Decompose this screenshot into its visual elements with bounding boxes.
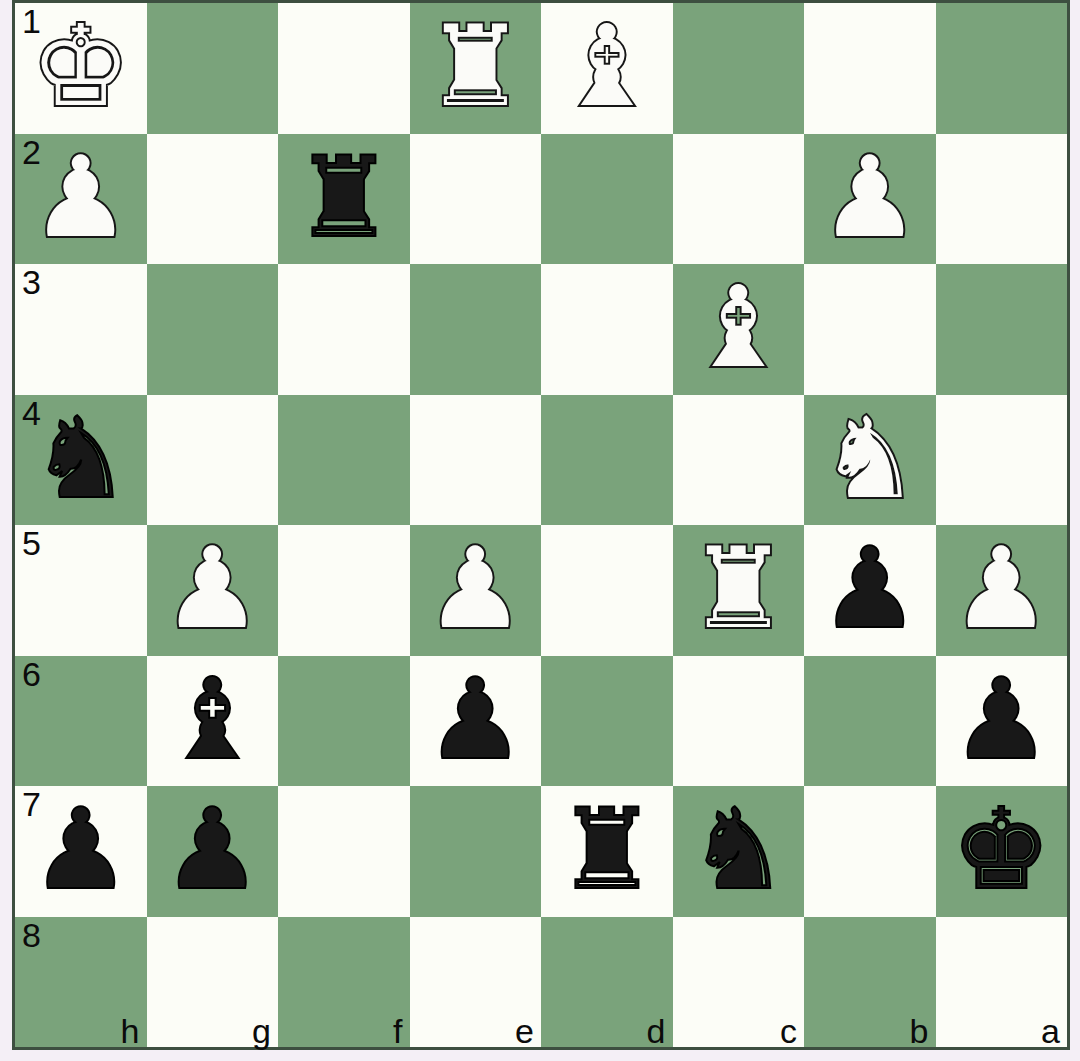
- square-g8[interactable]: g: [147, 917, 279, 1048]
- square-h4[interactable]: 4♞: [15, 395, 147, 526]
- piece-black-pawn[interactable]: ♟: [951, 663, 1051, 775]
- square-d2[interactable]: [541, 134, 673, 265]
- square-f6[interactable]: [278, 656, 410, 787]
- piece-black-rook[interactable]: ♜: [557, 793, 657, 905]
- square-a1[interactable]: [936, 3, 1068, 134]
- square-h5[interactable]: 5: [15, 525, 147, 656]
- square-d4[interactable]: [541, 395, 673, 526]
- piece-black-king[interactable]: ♚: [951, 793, 1051, 905]
- file-label-h: h: [121, 1013, 140, 1050]
- rank-label-6: 6: [22, 656, 41, 693]
- piece-white-bishop[interactable]: ♝: [688, 271, 788, 383]
- rank-label-5: 5: [22, 525, 41, 562]
- piece-white-king[interactable]: ♚: [31, 10, 131, 122]
- square-a6[interactable]: ♟: [936, 656, 1068, 787]
- piece-black-knight[interactable]: ♞: [688, 793, 788, 905]
- page-background: { "game": "chess", "view": { "orientatio…: [0, 0, 1080, 1061]
- square-b2[interactable]: ♟: [804, 134, 936, 265]
- square-b8[interactable]: b: [804, 917, 936, 1048]
- square-a3[interactable]: [936, 264, 1068, 395]
- square-h7[interactable]: 7♟: [15, 786, 147, 917]
- piece-black-pawn[interactable]: ♟: [425, 663, 525, 775]
- square-c5[interactable]: ♜: [673, 525, 805, 656]
- square-f2[interactable]: ♜: [278, 134, 410, 265]
- square-a7[interactable]: ♚: [936, 786, 1068, 917]
- rank-label-7: 7: [22, 786, 41, 823]
- square-c4[interactable]: [673, 395, 805, 526]
- square-e4[interactable]: [410, 395, 542, 526]
- piece-white-pawn[interactable]: ♟: [820, 141, 920, 253]
- square-d5[interactable]: [541, 525, 673, 656]
- square-g2[interactable]: [147, 134, 279, 265]
- square-e8[interactable]: e: [410, 917, 542, 1048]
- square-f4[interactable]: [278, 395, 410, 526]
- square-c1[interactable]: [673, 3, 805, 134]
- square-b6[interactable]: [804, 656, 936, 787]
- file-label-c: c: [780, 1013, 797, 1050]
- square-d7[interactable]: ♜: [541, 786, 673, 917]
- square-a8[interactable]: a: [936, 917, 1068, 1048]
- piece-black-pawn[interactable]: ♟: [31, 793, 131, 905]
- chess-board: 1♚♜♝2♟♜♟3♝4♞♞5♟♟♜♟♟6♝♟♟7♟♟♜♞♚8hgfedcba: [12, 0, 1070, 1050]
- piece-white-pawn[interactable]: ♟: [951, 532, 1051, 644]
- piece-white-rook[interactable]: ♜: [688, 532, 788, 644]
- file-label-e: e: [515, 1013, 534, 1050]
- square-f1[interactable]: [278, 3, 410, 134]
- square-c8[interactable]: c: [673, 917, 805, 1048]
- square-e1[interactable]: ♜: [410, 3, 542, 134]
- square-h2[interactable]: 2♟: [15, 134, 147, 265]
- rank-label-2: 2: [22, 134, 41, 171]
- square-f8[interactable]: f: [278, 917, 410, 1048]
- square-d1[interactable]: ♝: [541, 3, 673, 134]
- piece-black-bishop[interactable]: ♝: [162, 663, 262, 775]
- square-d3[interactable]: [541, 264, 673, 395]
- square-b3[interactable]: [804, 264, 936, 395]
- piece-white-pawn[interactable]: ♟: [425, 532, 525, 644]
- square-f3[interactable]: [278, 264, 410, 395]
- square-b5[interactable]: ♟: [804, 525, 936, 656]
- square-h8[interactable]: 8h: [15, 917, 147, 1048]
- square-g4[interactable]: [147, 395, 279, 526]
- piece-white-pawn[interactable]: ♟: [162, 532, 262, 644]
- square-g7[interactable]: ♟: [147, 786, 279, 917]
- piece-white-pawn[interactable]: ♟: [31, 141, 131, 253]
- square-a2[interactable]: [936, 134, 1068, 265]
- file-label-a: a: [1041, 1013, 1060, 1050]
- square-g1[interactable]: [147, 3, 279, 134]
- file-label-b: b: [910, 1013, 929, 1050]
- square-b7[interactable]: [804, 786, 936, 917]
- piece-white-rook[interactable]: ♜: [425, 10, 525, 122]
- square-e7[interactable]: [410, 786, 542, 917]
- square-h3[interactable]: 3: [15, 264, 147, 395]
- rank-label-3: 3: [22, 264, 41, 301]
- square-c7[interactable]: ♞: [673, 786, 805, 917]
- square-d6[interactable]: [541, 656, 673, 787]
- square-e6[interactable]: ♟: [410, 656, 542, 787]
- square-h1[interactable]: 1♚: [15, 3, 147, 134]
- square-g3[interactable]: [147, 264, 279, 395]
- square-d8[interactable]: d: [541, 917, 673, 1048]
- file-label-d: d: [647, 1013, 666, 1050]
- square-g5[interactable]: ♟: [147, 525, 279, 656]
- square-e2[interactable]: [410, 134, 542, 265]
- square-a4[interactable]: [936, 395, 1068, 526]
- square-h6[interactable]: 6: [15, 656, 147, 787]
- square-e3[interactable]: [410, 264, 542, 395]
- square-f5[interactable]: [278, 525, 410, 656]
- rank-label-4: 4: [22, 395, 41, 432]
- piece-black-pawn[interactable]: ♟: [820, 532, 920, 644]
- file-label-f: f: [393, 1013, 402, 1050]
- square-c3[interactable]: ♝: [673, 264, 805, 395]
- square-e5[interactable]: ♟: [410, 525, 542, 656]
- piece-black-pawn[interactable]: ♟: [162, 793, 262, 905]
- square-g6[interactable]: ♝: [147, 656, 279, 787]
- piece-black-knight[interactable]: ♞: [31, 402, 131, 514]
- square-c2[interactable]: [673, 134, 805, 265]
- square-b1[interactable]: [804, 3, 936, 134]
- square-c6[interactable]: [673, 656, 805, 787]
- square-b4[interactable]: ♞: [804, 395, 936, 526]
- square-f7[interactable]: [278, 786, 410, 917]
- square-a5[interactable]: ♟: [936, 525, 1068, 656]
- piece-white-bishop[interactable]: ♝: [557, 10, 657, 122]
- piece-black-rook[interactable]: ♜: [294, 141, 394, 253]
- piece-white-knight[interactable]: ♞: [820, 402, 920, 514]
- rank-label-1: 1: [22, 3, 41, 40]
- rank-label-8: 8: [22, 917, 41, 954]
- file-label-g: g: [252, 1013, 271, 1050]
